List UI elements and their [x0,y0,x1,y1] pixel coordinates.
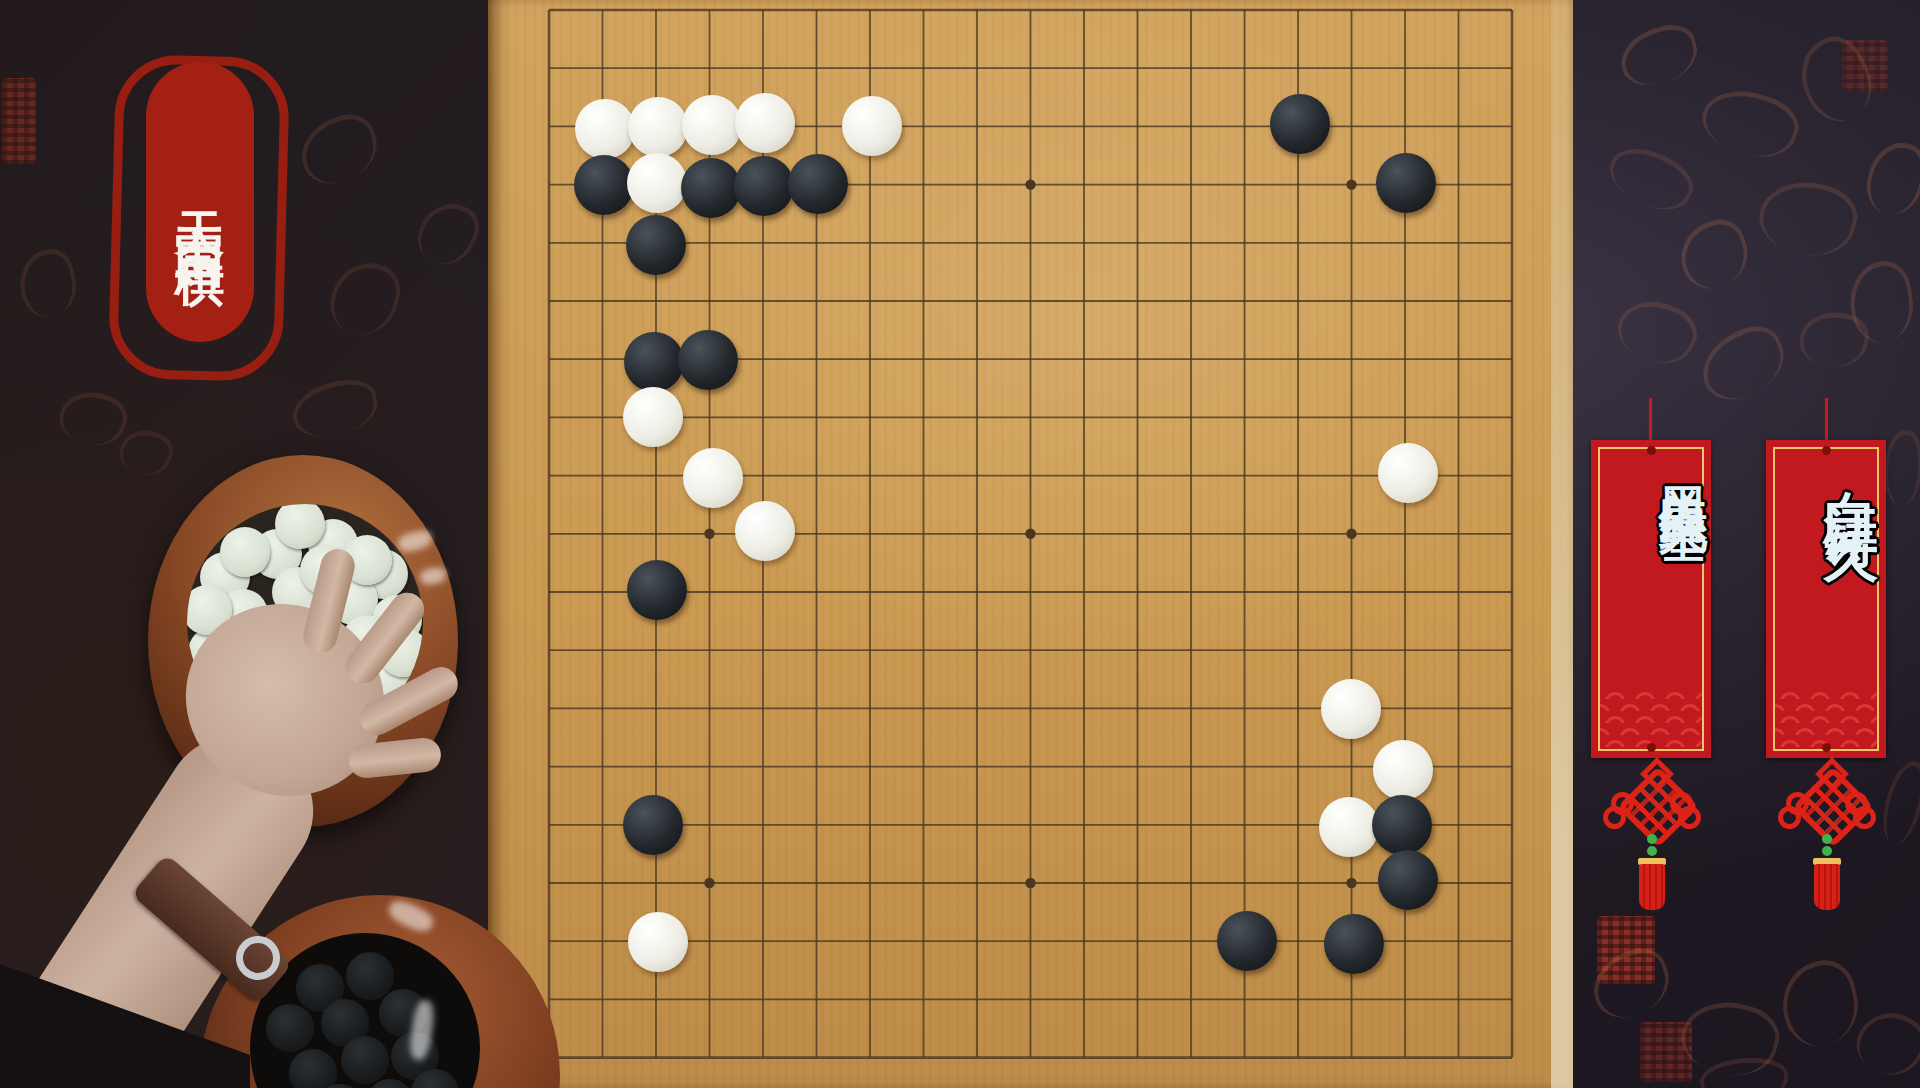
video-frame: 天宝围棋 黑依田纪基 白江铸久 [0,0,1920,1088]
bowl-black-stone [341,1036,389,1084]
chinese-knot-icon [1607,762,1697,912]
cloth-calligraphy-decoration [288,375,382,442]
banner-wave-pattern [1600,687,1702,749]
cloth-calligraphy-decoration [1862,138,1920,220]
cloth-calligraphy-decoration [14,245,83,322]
white-stone [735,93,795,153]
black-stone [624,332,684,392]
banner-string [1825,398,1828,442]
go-board [488,0,1573,1088]
white-stone [628,912,688,972]
white-stone [623,387,683,447]
cloth-calligraphy-decoration [1614,19,1704,92]
banner-attachment [1822,743,1831,752]
board-side-edge [1551,0,1573,1088]
banner-attachment [1647,743,1656,752]
white-player-name: 白江铸久 [1766,448,1886,500]
cloth-seal-stamp [2,78,36,164]
channel-badge: 天宝围棋 [146,62,254,342]
white-stone [1321,679,1381,739]
white-stone [1373,740,1433,800]
white-stone [1319,797,1379,857]
white-stone [627,153,687,213]
banner-string [1649,398,1652,442]
cloth-calligraphy-decoration [1884,430,1920,505]
bowl-black-stone [289,1049,337,1088]
cloth-seal-stamp [1640,1022,1692,1082]
cloth-calligraphy-decoration [1601,134,1702,223]
black-stone [1324,914,1384,974]
cloth-calligraphy-decoration [1752,171,1864,266]
cloth-calligraphy-decoration [1609,288,1705,375]
black-stone [627,560,687,620]
black-stone [626,215,686,275]
cloth-calligraphy-decoration [53,383,132,454]
white-stone [735,501,795,561]
badge-text: 天宝围棋 [175,172,225,232]
black-stone [681,158,741,218]
black-stone [1270,94,1330,154]
black-stone [623,795,683,855]
white-player-banner: 白江铸久 [1766,440,1886,758]
cloth-calligraphy-decoration [1796,307,1873,373]
white-stone [1378,443,1438,503]
black-stone [1372,795,1432,855]
white-stone [575,99,635,159]
cloth-calligraphy-decoration [1844,257,1920,347]
black-stone [574,155,634,215]
cloth-calligraphy-decoration [1691,317,1796,410]
black-stone [734,156,794,216]
cloth-seal-stamp [1842,40,1888,92]
black-stone [1378,850,1438,910]
cloth-calligraphy-decoration [292,107,387,193]
white-stone [683,448,743,508]
cloth-calligraphy-decoration [1694,77,1806,169]
black-stone [678,330,738,390]
bowl-black-stone [266,1004,314,1052]
bowl-white-stone [220,527,270,577]
watch-buckle [236,936,280,980]
cloth-calligraphy-decoration [114,422,178,482]
black-stone [1217,911,1277,971]
cloth-calligraphy-decoration [409,193,486,274]
cloth-seal-stamp [1597,916,1655,984]
chinese-knot-icon [1782,762,1872,912]
bowl-black-stone [346,952,394,1000]
cloth-calligraphy-decoration [1878,757,1920,848]
white-stone [842,96,902,156]
cloth-calligraphy-decoration [1671,212,1757,296]
cloth-calligraphy-decoration [1773,954,1868,1054]
white-stone [628,97,688,157]
black-player-banner: 黑依田纪基 [1591,440,1711,758]
black-stone [788,154,848,214]
cloth-calligraphy-decoration [324,255,407,343]
banner-wave-pattern [1775,687,1877,749]
cloth-calligraphy-decoration [1700,1058,1788,1088]
black-player-name: 黑依田纪基 [1591,448,1711,483]
black-stone [1376,153,1436,213]
white-stone [682,95,742,155]
cloth-calligraphy-decoration [1847,1000,1920,1088]
